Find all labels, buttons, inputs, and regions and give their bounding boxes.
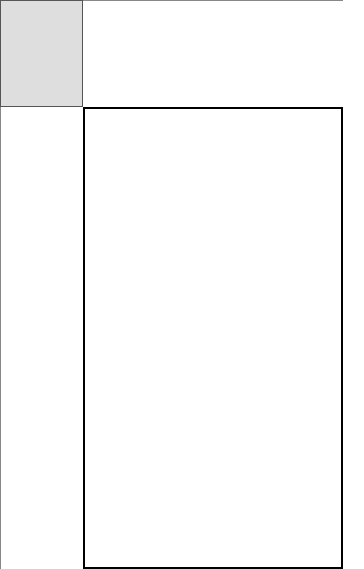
row-clues: [0, 107, 83, 569]
puzzle-grid: [83, 107, 343, 569]
site-watermark: [346, 417, 362, 567]
corner-watermark-text: [0, 0, 83, 107]
corner-watermark: [0, 0, 83, 107]
column-clues: [83, 0, 343, 107]
nonogram-page: [0, 0, 364, 569]
